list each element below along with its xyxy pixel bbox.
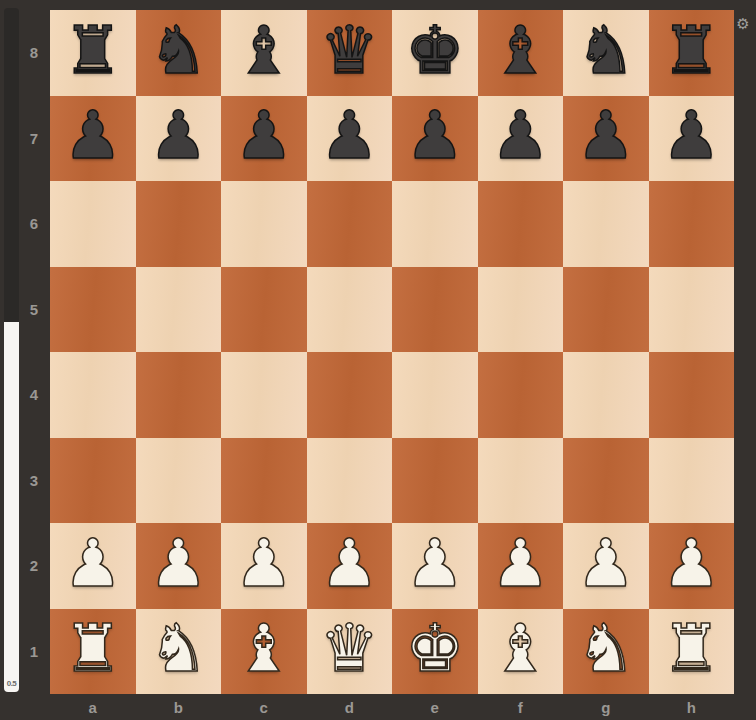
square-d3[interactable] — [307, 438, 393, 524]
rank-label-8: 8 — [24, 10, 44, 96]
black-rook[interactable]: ♜ — [63, 18, 122, 84]
square-b1[interactable]: ♞ — [136, 609, 222, 695]
black-knight[interactable]: ♞ — [149, 18, 208, 84]
file-labels: abcdefgh — [50, 694, 734, 720]
white-queen[interactable]: ♛ — [320, 616, 379, 682]
rank-label-2: 2 — [24, 523, 44, 609]
white-rook[interactable]: ♜ — [662, 616, 721, 682]
white-pawn[interactable]: ♟ — [320, 531, 379, 597]
square-d8[interactable]: ♛ — [307, 10, 393, 96]
file-label-c: c — [221, 694, 307, 720]
square-b5[interactable] — [136, 267, 222, 353]
square-h6[interactable] — [649, 181, 735, 267]
square-b4[interactable] — [136, 352, 222, 438]
white-pawn[interactable]: ♟ — [576, 531, 635, 597]
file-label-f: f — [478, 694, 564, 720]
square-e1[interactable]: ♚ — [392, 609, 478, 695]
square-b8[interactable]: ♞ — [136, 10, 222, 96]
rank-label-1: 1 — [24, 609, 44, 695]
square-c4[interactable] — [221, 352, 307, 438]
square-g6[interactable] — [563, 181, 649, 267]
square-b7[interactable]: ♟ — [136, 96, 222, 182]
black-pawn[interactable]: ♟ — [405, 103, 464, 169]
square-c7[interactable]: ♟ — [221, 96, 307, 182]
rank-label-6: 6 — [24, 181, 44, 267]
square-f7[interactable]: ♟ — [478, 96, 564, 182]
square-a3[interactable] — [50, 438, 136, 524]
square-d7[interactable]: ♟ — [307, 96, 393, 182]
file-label-e: e — [392, 694, 478, 720]
black-king[interactable]: ♚ — [405, 18, 464, 84]
square-c8[interactable]: ♝ — [221, 10, 307, 96]
square-g5[interactable] — [563, 267, 649, 353]
square-c6[interactable] — [221, 181, 307, 267]
eval-bar: 0.5 — [4, 8, 19, 692]
eval-bar-score: 0.5 — [4, 679, 19, 688]
square-e5[interactable] — [392, 267, 478, 353]
square-e2[interactable]: ♟ — [392, 523, 478, 609]
square-e3[interactable] — [392, 438, 478, 524]
file-label-h: h — [649, 694, 735, 720]
file-label-g: g — [563, 694, 649, 720]
square-f4[interactable] — [478, 352, 564, 438]
square-g3[interactable] — [563, 438, 649, 524]
square-f2[interactable]: ♟ — [478, 523, 564, 609]
eval-bar-white-fill — [4, 322, 19, 692]
file-label-d: d — [307, 694, 393, 720]
white-pawn[interactable]: ♟ — [662, 531, 721, 597]
rank-label-3: 3 — [24, 438, 44, 524]
square-h5[interactable] — [649, 267, 735, 353]
square-e4[interactable] — [392, 352, 478, 438]
black-knight[interactable]: ♞ — [576, 18, 635, 84]
square-c5[interactable] — [221, 267, 307, 353]
square-g7[interactable]: ♟ — [563, 96, 649, 182]
square-h4[interactable] — [649, 352, 735, 438]
square-f1[interactable]: ♝ — [478, 609, 564, 695]
black-rook[interactable]: ♜ — [662, 18, 721, 84]
rank-label-5: 5 — [24, 267, 44, 353]
black-pawn[interactable]: ♟ — [320, 103, 379, 169]
square-h2[interactable]: ♟ — [649, 523, 735, 609]
square-f8[interactable]: ♝ — [478, 10, 564, 96]
black-pawn[interactable]: ♟ — [576, 103, 635, 169]
settings-gear-icon[interactable]: ⚙ — [733, 13, 753, 33]
square-g4[interactable] — [563, 352, 649, 438]
square-h8[interactable]: ♜ — [649, 10, 735, 96]
square-a8[interactable]: ♜ — [50, 10, 136, 96]
file-label-b: b — [136, 694, 222, 720]
black-pawn[interactable]: ♟ — [234, 103, 293, 169]
white-king[interactable]: ♚ — [405, 616, 464, 682]
white-pawn[interactable]: ♟ — [405, 531, 464, 597]
square-e8[interactable]: ♚ — [392, 10, 478, 96]
square-e6[interactable] — [392, 181, 478, 267]
black-bishop[interactable]: ♝ — [234, 18, 293, 84]
white-pawn[interactable]: ♟ — [149, 531, 208, 597]
square-g1[interactable]: ♞ — [563, 609, 649, 695]
white-pawn[interactable]: ♟ — [234, 531, 293, 597]
white-knight[interactable]: ♞ — [149, 616, 208, 682]
square-a6[interactable] — [50, 181, 136, 267]
square-c3[interactable] — [221, 438, 307, 524]
rank-labels: 87654321 — [24, 10, 44, 694]
square-b6[interactable] — [136, 181, 222, 267]
square-g8[interactable]: ♞ — [563, 10, 649, 96]
black-queen[interactable]: ♛ — [320, 18, 379, 84]
square-f5[interactable] — [478, 267, 564, 353]
square-a1[interactable]: ♜ — [50, 609, 136, 695]
square-h7[interactable]: ♟ — [649, 96, 735, 182]
black-pawn[interactable]: ♟ — [149, 103, 208, 169]
white-rook[interactable]: ♜ — [63, 616, 122, 682]
file-label-a: a — [50, 694, 136, 720]
square-g2[interactable]: ♟ — [563, 523, 649, 609]
square-b3[interactable] — [136, 438, 222, 524]
square-h3[interactable] — [649, 438, 735, 524]
black-bishop[interactable]: ♝ — [491, 18, 550, 84]
square-h1[interactable]: ♜ — [649, 609, 735, 695]
rank-label-4: 4 — [24, 352, 44, 438]
square-a7[interactable]: ♟ — [50, 96, 136, 182]
white-knight[interactable]: ♞ — [576, 616, 635, 682]
square-a4[interactable] — [50, 352, 136, 438]
square-c1[interactable]: ♝ — [221, 609, 307, 695]
white-pawn[interactable]: ♟ — [491, 531, 550, 597]
square-b2[interactable]: ♟ — [136, 523, 222, 609]
black-pawn[interactable]: ♟ — [63, 103, 122, 169]
square-d5[interactable] — [307, 267, 393, 353]
square-f3[interactable] — [478, 438, 564, 524]
white-bishop[interactable]: ♝ — [491, 616, 550, 682]
square-d4[interactable] — [307, 352, 393, 438]
square-c2[interactable]: ♟ — [221, 523, 307, 609]
square-e7[interactable]: ♟ — [392, 96, 478, 182]
black-pawn[interactable]: ♟ — [662, 103, 721, 169]
square-d1[interactable]: ♛ — [307, 609, 393, 695]
white-pawn[interactable]: ♟ — [63, 531, 122, 597]
square-f6[interactable] — [478, 181, 564, 267]
chess-board: ♜♞♝♛♚♝♞♜♟♟♟♟♟♟♟♟♟♟♟♟♟♟♟♟♜♞♝♛♚♝♞♜ — [50, 10, 734, 694]
square-a2[interactable]: ♟ — [50, 523, 136, 609]
square-a5[interactable] — [50, 267, 136, 353]
white-bishop[interactable]: ♝ — [234, 616, 293, 682]
black-pawn[interactable]: ♟ — [491, 103, 550, 169]
square-d2[interactable]: ♟ — [307, 523, 393, 609]
rank-label-7: 7 — [24, 96, 44, 182]
square-d6[interactable] — [307, 181, 393, 267]
